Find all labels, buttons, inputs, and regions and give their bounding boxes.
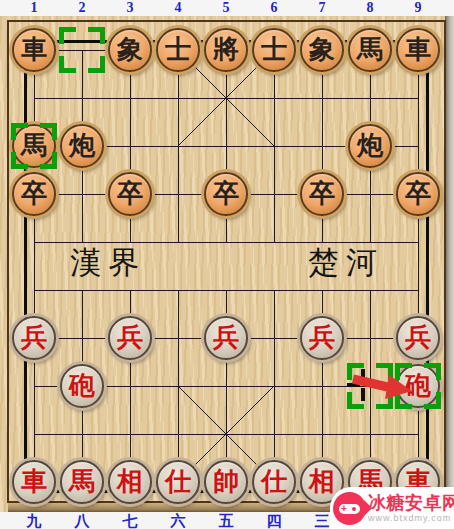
piece-black-將[interactable]: 將 bbox=[204, 28, 248, 72]
column-label-top: 4 bbox=[166, 0, 190, 16]
column-label-top: 7 bbox=[310, 0, 334, 16]
column-label-top: 9 bbox=[406, 0, 430, 16]
piece-red-砲[interactable]: 砲 bbox=[60, 364, 104, 408]
piece-black-象[interactable]: 象 bbox=[108, 28, 152, 72]
site-logo-icon bbox=[333, 492, 366, 525]
piece-black-馬[interactable]: 馬 bbox=[12, 124, 56, 168]
watermark-site-url: www.btxdmy.com bbox=[368, 514, 454, 523]
piece-red-車[interactable]: 車 bbox=[12, 460, 56, 504]
piece-black-炮[interactable]: 炮 bbox=[348, 124, 392, 168]
piece-black-士[interactable]: 士 bbox=[156, 28, 200, 72]
piece-red-兵[interactable]: 兵 bbox=[396, 316, 440, 360]
piece-red-仕[interactable]: 仕 bbox=[156, 460, 200, 504]
piece-black-車[interactable]: 車 bbox=[12, 28, 56, 72]
watermark-site-name: 冰糖安卓网 bbox=[368, 494, 454, 512]
piece-black-士[interactable]: 士 bbox=[252, 28, 296, 72]
piece-black-車[interactable]: 車 bbox=[396, 28, 440, 72]
column-label-top: 5 bbox=[214, 0, 238, 16]
piece-red-帥[interactable]: 帥 bbox=[204, 460, 248, 504]
board-grid bbox=[0, 0, 454, 529]
piece-red-馬[interactable]: 馬 bbox=[60, 460, 104, 504]
column-label-top: 6 bbox=[262, 0, 286, 16]
xiangqi-app-screenshot: 漢界 楚河 123456789 九八七六五四三二一 冰糖安卓网 www.btxd… bbox=[0, 0, 454, 529]
column-label-bottom: 六 bbox=[166, 512, 190, 529]
piece-black-卒[interactable]: 卒 bbox=[12, 172, 56, 216]
top-coordinates: 123456789 bbox=[0, 0, 454, 16]
column-label-top: 2 bbox=[70, 0, 94, 16]
column-label-bottom: 五 bbox=[214, 512, 238, 529]
column-label-bottom: 七 bbox=[118, 512, 142, 529]
column-label-bottom: 九 bbox=[22, 512, 46, 529]
piece-red-兵[interactable]: 兵 bbox=[12, 316, 56, 360]
piece-black-卒[interactable]: 卒 bbox=[204, 172, 248, 216]
column-label-top: 1 bbox=[22, 0, 46, 16]
watermark-badge: 冰糖安卓网 www.btxdmy.com bbox=[330, 487, 454, 529]
piece-red-兵[interactable]: 兵 bbox=[204, 316, 248, 360]
piece-black-炮[interactable]: 炮 bbox=[60, 124, 104, 168]
column-label-top: 8 bbox=[358, 0, 382, 16]
column-label-top: 3 bbox=[118, 0, 142, 16]
piece-black-卒[interactable]: 卒 bbox=[300, 172, 344, 216]
piece-red-相[interactable]: 相 bbox=[108, 460, 152, 504]
piece-red-砲[interactable]: 砲 bbox=[396, 364, 440, 408]
piece-red-兵[interactable]: 兵 bbox=[108, 316, 152, 360]
piece-red-兵[interactable]: 兵 bbox=[300, 316, 344, 360]
piece-black-馬[interactable]: 馬 bbox=[348, 28, 392, 72]
piece-red-仕[interactable]: 仕 bbox=[252, 460, 296, 504]
column-label-bottom: 八 bbox=[70, 512, 94, 529]
column-label-bottom: 四 bbox=[262, 512, 286, 529]
piece-black-象[interactable]: 象 bbox=[300, 28, 344, 72]
grid-lines bbox=[34, 50, 418, 482]
piece-black-卒[interactable]: 卒 bbox=[396, 172, 440, 216]
piece-black-卒[interactable]: 卒 bbox=[108, 172, 152, 216]
